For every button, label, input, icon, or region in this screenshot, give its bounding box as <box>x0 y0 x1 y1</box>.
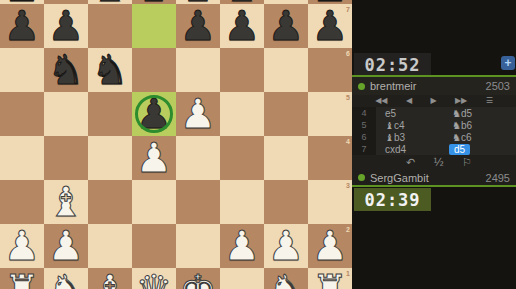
rank-label-1: 1 <box>340 270 350 278</box>
piece-white-knight-b1[interactable]: ♞ <box>44 268 88 289</box>
piece-black-pawn-e7[interactable]: ♟ <box>176 4 220 48</box>
rank-label-5: 5 <box>340 94 350 102</box>
resign-flag-button[interactable]: ⚐ <box>462 155 472 170</box>
square-g3[interactable] <box>264 180 308 224</box>
move-nav-bar: ◀◀◀▶▶▶☰ <box>352 95 516 107</box>
square-f4[interactable] <box>220 136 264 180</box>
square-g5[interactable] <box>264 92 308 136</box>
move-7-black[interactable]: d5 <box>443 143 516 155</box>
player-rating: 2495 <box>486 172 510 184</box>
nav-menu-button[interactable]: ☰ <box>486 95 493 107</box>
move-5-white[interactable]: ♝c4 <box>376 119 443 131</box>
move-5-black[interactable]: ♞b6 <box>443 119 516 131</box>
rank-label-4: 4 <box>340 138 350 146</box>
move-row-6: 6♝b3♞c6 <box>352 131 516 143</box>
rank-label-2: 2 <box>340 226 350 234</box>
move-4-black[interactable]: ♞d5 <box>443 107 516 119</box>
square-d6[interactable] <box>132 48 176 92</box>
piece-black-pawn-b7[interactable]: ♟ <box>44 4 88 48</box>
online-dot <box>358 83 365 90</box>
piece-black-knight-b6[interactable]: ♞ <box>44 48 88 92</box>
move-row-7: 7cxd4d5 <box>352 143 516 155</box>
piece-white-knight-g1[interactable]: ♞ <box>264 268 308 289</box>
player-name[interactable]: SergGambit <box>370 172 429 184</box>
move-4-white[interactable]: e5 <box>376 107 443 119</box>
annotation-circle-d5 <box>135 95 173 133</box>
square-d3[interactable] <box>132 180 176 224</box>
square-c7[interactable] <box>88 4 132 48</box>
piece-white-pawn-g2[interactable]: ♟ <box>264 224 308 268</box>
piece-white-pawn-f2[interactable]: ♟ <box>220 224 264 268</box>
rank-label-3: 3 <box>340 182 350 190</box>
piece-white-pawn-b2[interactable]: ♟ <box>44 224 88 268</box>
nav-next-button[interactable]: ▶ <box>430 95 436 107</box>
square-b4[interactable] <box>44 136 88 180</box>
square-e2[interactable] <box>176 224 220 268</box>
move-row-5: 5♝c4♞b6 <box>352 119 516 131</box>
square-c3[interactable] <box>88 180 132 224</box>
square-f5[interactable] <box>220 92 264 136</box>
opponent-rating: 2503 <box>486 80 510 92</box>
piece-black-pawn-a7[interactable]: ♟ <box>0 4 44 48</box>
square-e6[interactable] <box>176 48 220 92</box>
square-b5[interactable] <box>44 92 88 136</box>
square-f6[interactable] <box>220 48 264 92</box>
square-a5[interactable] <box>0 92 44 136</box>
game-action-bar: ↶½⚐ <box>352 155 516 170</box>
online-dot <box>358 174 365 181</box>
piece-black-knight-c6[interactable]: ♞ <box>88 48 132 92</box>
player-row: SergGambit 2495 <box>352 170 516 185</box>
square-a6[interactable] <box>0 48 44 92</box>
rank-label-7: 7 <box>340 6 350 14</box>
move-number: 6 <box>352 131 376 143</box>
chess-board[interactable]: ♜♝♛♚♝♜♟♟♟♟♟♟♞♞♟♟♟♝♟♟♟♟♟♜♞♝♛♚♞♜7654321 <box>0 0 352 289</box>
piece-white-rook-a1[interactable]: ♜ <box>0 268 44 289</box>
move-6-white[interactable]: ♝b3 <box>376 131 443 143</box>
move-number: 4 <box>352 107 376 119</box>
square-f1[interactable] <box>220 268 264 289</box>
move-number: 5 <box>352 119 376 131</box>
add-time-button[interactable]: + <box>501 56 515 70</box>
square-e3[interactable] <box>176 180 220 224</box>
square-d2[interactable] <box>132 224 176 268</box>
move-7-white[interactable]: cxd4 <box>376 143 443 155</box>
nav-prev-button[interactable]: ◀ <box>406 95 412 107</box>
piece-white-king-e1[interactable]: ♚ <box>176 268 220 289</box>
player-clock-active: 02:39 <box>354 188 431 211</box>
takeback-button[interactable]: ↶ <box>406 155 415 170</box>
piece-white-bishop-c1[interactable]: ♝ <box>88 268 132 289</box>
square-g4[interactable] <box>264 136 308 180</box>
opponent-clock: 02:52 <box>354 53 431 76</box>
separator-line <box>352 185 516 187</box>
square-g6[interactable] <box>264 48 308 92</box>
draw-offer-button[interactable]: ½ <box>433 155 444 170</box>
piece-white-pawn-a2[interactable]: ♟ <box>0 224 44 268</box>
opponent-player-row: brentmeir 2503 <box>352 77 516 95</box>
nav-last-button[interactable]: ▶▶ <box>455 95 467 107</box>
game-screen: ♜♝♛♚♝♜♟♟♟♟♟♟♞♞♟♟♟♝♟♟♟♟♟♜♞♝♛♚♞♜7654321 02… <box>0 0 516 289</box>
square-c2[interactable] <box>88 224 132 268</box>
square-d7[interactable] <box>132 4 176 48</box>
piece-white-bishop-b3[interactable]: ♝ <box>44 180 88 224</box>
square-a4[interactable] <box>0 136 44 180</box>
square-c5[interactable] <box>88 92 132 136</box>
square-e4[interactable] <box>176 136 220 180</box>
piece-white-pawn-e5[interactable]: ♟ <box>176 92 220 136</box>
square-a3[interactable] <box>0 180 44 224</box>
current-move[interactable]: d5 <box>449 144 470 155</box>
rank-label-6: 6 <box>340 50 350 58</box>
move-number: 7 <box>352 143 376 155</box>
move-row-4: 4e5♞d5 <box>352 107 516 119</box>
piece-black-pawn-g7[interactable]: ♟ <box>264 4 308 48</box>
game-sidebar: 02:52 + brentmeir 2503 ◀◀◀▶▶▶☰ 4e5♞d55♝c… <box>352 0 516 289</box>
opponent-name[interactable]: brentmeir <box>370 80 416 92</box>
square-c4[interactable] <box>88 136 132 180</box>
nav-first-button[interactable]: ◀◀ <box>375 95 387 107</box>
move-list: 4e5♞d55♝c4♞b66♝b3♞c67cxd4d5 <box>352 107 516 155</box>
piece-white-queen-d1[interactable]: ♛ <box>132 268 176 289</box>
square-f3[interactable] <box>220 180 264 224</box>
piece-black-pawn-f7[interactable]: ♟ <box>220 4 264 48</box>
move-6-black[interactable]: ♞c6 <box>443 131 516 143</box>
piece-white-pawn-d4[interactable]: ♟ <box>132 136 176 180</box>
